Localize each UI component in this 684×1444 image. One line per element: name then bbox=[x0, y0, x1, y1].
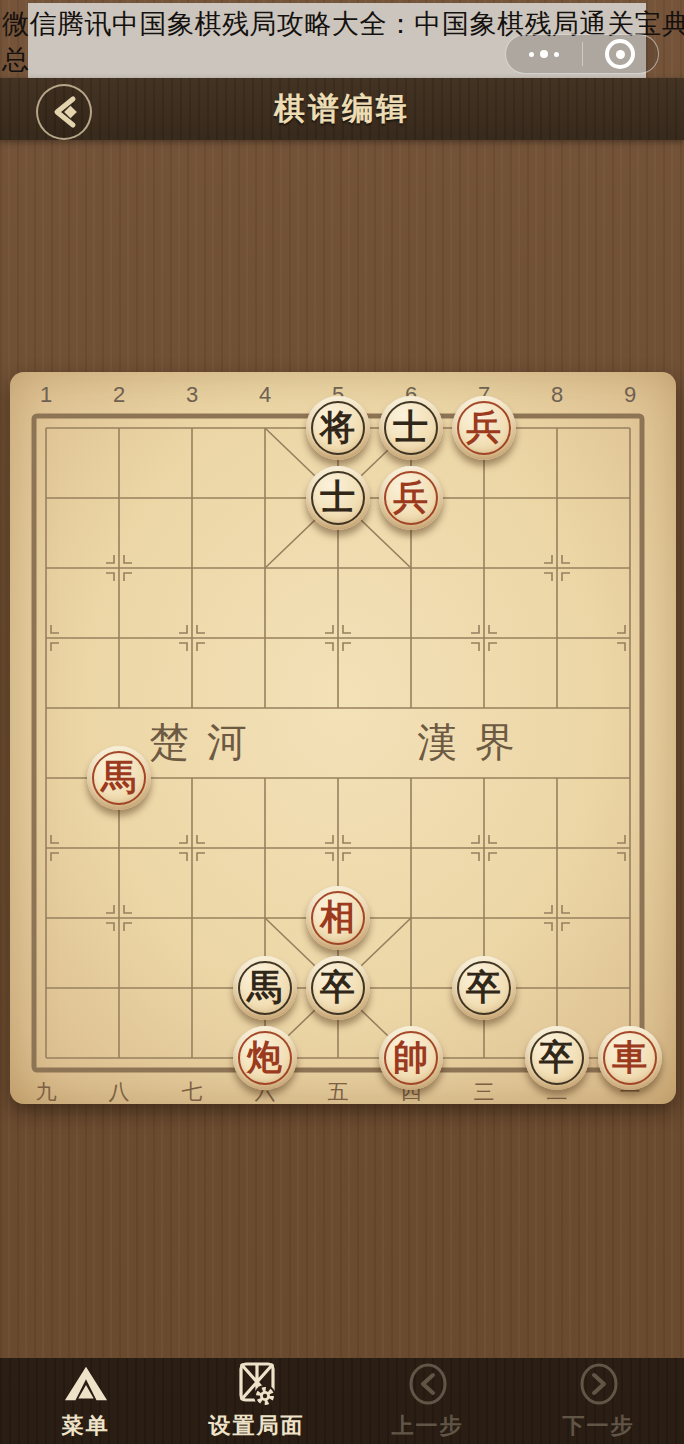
piece-red-車[interactable]: 車 bbox=[593, 1023, 666, 1093]
piece-disc: 卒 bbox=[306, 956, 370, 1020]
piece-disc: 将 bbox=[306, 396, 370, 460]
xiangqi-board[interactable]: 楚河漢界123456789九八七六五四三二一 将士兵士兵馬相馬卒卒炮帥卒車 bbox=[10, 372, 676, 1104]
toolbar-item-next-step[interactable]: 下一步 bbox=[513, 1358, 684, 1444]
piece-disc: 士 bbox=[379, 396, 443, 460]
piece-red-兵[interactable]: 兵 bbox=[447, 393, 520, 463]
piece-black-士[interactable]: 士 bbox=[301, 463, 374, 533]
toolbar-item-prev-step[interactable]: 上一步 bbox=[342, 1358, 513, 1444]
piece-disc: 炮 bbox=[233, 1026, 297, 1090]
prev-step-icon bbox=[406, 1361, 450, 1407]
toolbar-item-label: 上一步 bbox=[392, 1411, 464, 1441]
piece-red-帥[interactable]: 帥 bbox=[374, 1023, 447, 1093]
piece-black-卒[interactable]: 卒 bbox=[447, 953, 520, 1023]
piece-red-相[interactable]: 相 bbox=[301, 883, 374, 953]
menu-mountain-icon bbox=[63, 1361, 109, 1407]
piece-black-馬[interactable]: 馬 bbox=[228, 953, 301, 1023]
toolbar-item-label: 下一步 bbox=[563, 1411, 635, 1441]
piece-black-卒[interactable]: 卒 bbox=[301, 953, 374, 1023]
toolbar-item-menu[interactable]: 菜单 bbox=[0, 1358, 171, 1444]
next-step-icon bbox=[577, 1361, 621, 1407]
bottom-toolbar: 菜单 设置局面 上一步 bbox=[0, 1358, 684, 1444]
piece-red-兵[interactable]: 兵 bbox=[374, 463, 447, 533]
piece-black-将[interactable]: 将 bbox=[301, 393, 374, 463]
screen: { "page_title_lines": ["微信腾讯中国象棋残局攻略大全：中… bbox=[0, 0, 684, 1444]
piece-disc: 馬 bbox=[233, 956, 297, 1020]
capsule-target-icon[interactable] bbox=[583, 39, 659, 69]
header-bar: 棋谱编辑 bbox=[0, 78, 684, 140]
toolbar-item-label: 菜单 bbox=[62, 1411, 110, 1441]
piece-disc: 帥 bbox=[379, 1026, 443, 1090]
page-heading: 棋谱编辑 bbox=[0, 78, 684, 140]
piece-red-馬[interactable]: 馬 bbox=[82, 743, 155, 813]
piece-disc: 兵 bbox=[452, 396, 516, 460]
piece-disc: 士 bbox=[306, 466, 370, 530]
piece-disc: 馬 bbox=[87, 746, 151, 810]
piece-disc: 卒 bbox=[452, 956, 516, 1020]
setup-board-gear-icon bbox=[233, 1361, 281, 1407]
piece-black-卒[interactable]: 卒 bbox=[520, 1023, 593, 1093]
pieces-grid: 将士兵士兵馬相馬卒卒炮帥卒車 bbox=[9, 393, 666, 1093]
piece-disc: 兵 bbox=[379, 466, 443, 530]
piece-disc: 車 bbox=[598, 1026, 662, 1090]
more-dots-icon[interactable] bbox=[506, 50, 582, 58]
piece-red-炮[interactable]: 炮 bbox=[228, 1023, 301, 1093]
piece-black-士[interactable]: 士 bbox=[374, 393, 447, 463]
piece-disc: 相 bbox=[306, 886, 370, 950]
toolbar-item-label: 设置局面 bbox=[209, 1411, 305, 1441]
wechat-capsule[interactable] bbox=[505, 34, 659, 74]
toolbar-item-setup-position[interactable]: 设置局面 bbox=[171, 1358, 342, 1444]
piece-disc: 卒 bbox=[525, 1026, 589, 1090]
